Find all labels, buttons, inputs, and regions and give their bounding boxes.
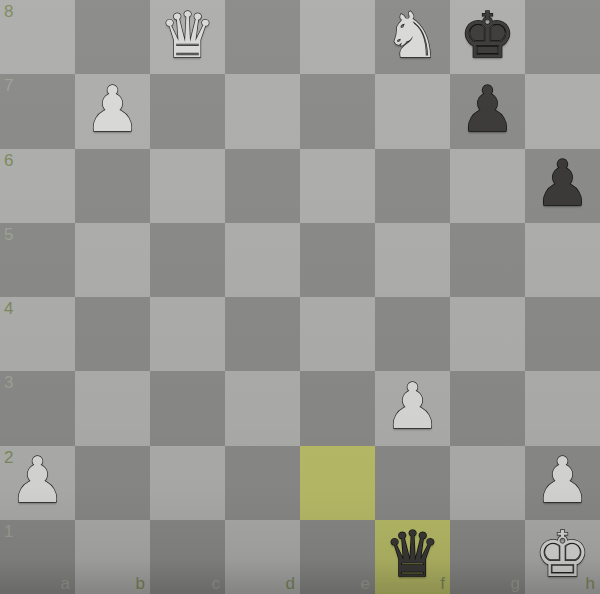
square-d1[interactable]: d — [225, 520, 300, 594]
square-g5[interactable] — [450, 223, 525, 297]
rank-label-7: 7 — [4, 77, 13, 94]
square-c3[interactable] — [150, 371, 225, 445]
square-c1[interactable]: c — [150, 520, 225, 594]
white-queen-piece[interactable]: ♛ — [159, 4, 215, 67]
square-a4[interactable]: 4 — [0, 297, 75, 371]
square-b3[interactable] — [75, 371, 150, 445]
white-knight-piece[interactable]: ♞ — [384, 4, 440, 67]
square-h4[interactable] — [525, 297, 600, 371]
square-g6[interactable] — [450, 149, 525, 223]
rank-label-8: 8 — [4, 3, 13, 20]
file-label-e: e — [361, 575, 370, 592]
square-f3[interactable]: ♟ — [375, 371, 450, 445]
square-a6[interactable]: 6 — [0, 149, 75, 223]
square-b6[interactable] — [75, 149, 150, 223]
square-e2[interactable] — [300, 446, 375, 520]
square-e3[interactable] — [300, 371, 375, 445]
square-f6[interactable] — [375, 149, 450, 223]
white-pawn-piece[interactable]: ♟ — [9, 449, 65, 512]
square-e4[interactable] — [300, 297, 375, 371]
square-h3[interactable] — [525, 371, 600, 445]
square-g2[interactable] — [450, 446, 525, 520]
black-queen-piece[interactable]: ♛ — [384, 523, 440, 586]
square-f1[interactable]: f♛ — [375, 520, 450, 594]
black-king-piece[interactable]: ♚ — [459, 4, 515, 67]
square-a1[interactable]: 1a — [0, 520, 75, 594]
rank-label-3: 3 — [4, 374, 13, 391]
rank-label-6: 6 — [4, 152, 13, 169]
square-h6[interactable]: ♟ — [525, 149, 600, 223]
square-c2[interactable] — [150, 446, 225, 520]
square-d6[interactable] — [225, 149, 300, 223]
rank-label-4: 4 — [4, 300, 13, 317]
file-label-g: g — [511, 575, 520, 592]
square-e7[interactable] — [300, 74, 375, 148]
square-b1[interactable]: b — [75, 520, 150, 594]
square-b5[interactable] — [75, 223, 150, 297]
square-f7[interactable] — [375, 74, 450, 148]
square-b7[interactable]: ♟ — [75, 74, 150, 148]
square-h1[interactable]: h♚ — [525, 520, 600, 594]
square-d3[interactable] — [225, 371, 300, 445]
square-a5[interactable]: 5 — [0, 223, 75, 297]
white-pawn-piece[interactable]: ♟ — [534, 449, 590, 512]
square-a2[interactable]: 2♟ — [0, 446, 75, 520]
square-f5[interactable] — [375, 223, 450, 297]
square-c7[interactable] — [150, 74, 225, 148]
white-pawn-piece[interactable]: ♟ — [384, 375, 440, 438]
file-label-c: c — [212, 575, 221, 592]
square-e1[interactable]: e — [300, 520, 375, 594]
square-b8[interactable] — [75, 0, 150, 74]
square-e8[interactable] — [300, 0, 375, 74]
square-d4[interactable] — [225, 297, 300, 371]
square-g8[interactable]: ♚ — [450, 0, 525, 74]
square-a3[interactable]: 3 — [0, 371, 75, 445]
square-h8[interactable] — [525, 0, 600, 74]
chess-board: 8♛♞♚7♟♟6♟543♟2♟♟1abcdef♛gh♚ — [0, 0, 600, 594]
square-h5[interactable] — [525, 223, 600, 297]
square-b4[interactable] — [75, 297, 150, 371]
square-e5[interactable] — [300, 223, 375, 297]
square-e6[interactable] — [300, 149, 375, 223]
white-pawn-piece[interactable]: ♟ — [84, 78, 140, 141]
square-d5[interactable] — [225, 223, 300, 297]
file-label-f: f — [440, 575, 445, 592]
rank-label-5: 5 — [4, 226, 13, 243]
square-c6[interactable] — [150, 149, 225, 223]
square-g3[interactable] — [450, 371, 525, 445]
square-h2[interactable]: ♟ — [525, 446, 600, 520]
square-g7[interactable]: ♟ — [450, 74, 525, 148]
square-f2[interactable] — [375, 446, 450, 520]
square-a7[interactable]: 7 — [0, 74, 75, 148]
black-pawn-piece[interactable]: ♟ — [534, 152, 590, 215]
rank-label-1: 1 — [4, 523, 13, 540]
square-b2[interactable] — [75, 446, 150, 520]
square-c8[interactable]: ♛ — [150, 0, 225, 74]
square-g1[interactable]: g — [450, 520, 525, 594]
square-f8[interactable]: ♞ — [375, 0, 450, 74]
file-label-b: b — [136, 575, 145, 592]
square-h7[interactable] — [525, 74, 600, 148]
square-d7[interactable] — [225, 74, 300, 148]
square-f4[interactable] — [375, 297, 450, 371]
file-label-d: d — [286, 575, 295, 592]
square-d2[interactable] — [225, 446, 300, 520]
square-c5[interactable] — [150, 223, 225, 297]
black-pawn-piece[interactable]: ♟ — [459, 78, 515, 141]
square-a8[interactable]: 8 — [0, 0, 75, 74]
square-c4[interactable] — [150, 297, 225, 371]
file-label-a: a — [61, 575, 70, 592]
white-king-piece[interactable]: ♚ — [534, 523, 590, 586]
square-g4[interactable] — [450, 297, 525, 371]
square-d8[interactable] — [225, 0, 300, 74]
